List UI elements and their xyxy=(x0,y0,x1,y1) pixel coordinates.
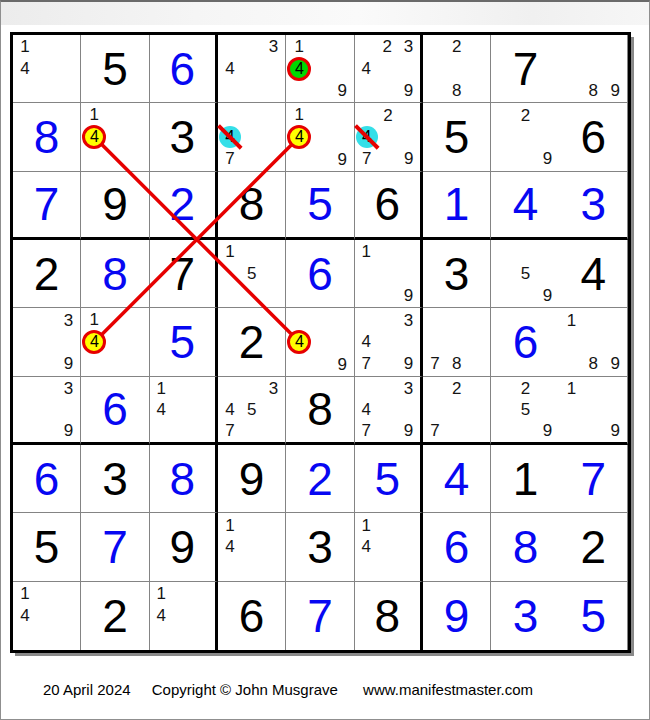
cell-r1c5[interactable]: 149 xyxy=(286,35,354,103)
pencil-marks: 34 xyxy=(219,36,284,101)
cell-r1c7[interactable]: 28 xyxy=(423,35,491,103)
sudoku-board: 1456341492349287898143471492479529679285… xyxy=(10,32,631,653)
cell-r7c4[interactable]: 9 xyxy=(218,445,286,513)
cell-value: 6 xyxy=(239,593,265,639)
empty-candidate-slot xyxy=(492,148,514,170)
empty-candidate-slot xyxy=(492,399,514,420)
cell-r8c4[interactable]: 14 xyxy=(218,513,286,581)
empty-candidate-slot xyxy=(604,331,626,353)
cell-r8c2[interactable]: 7 xyxy=(81,513,149,581)
pencil-marks: 14 xyxy=(14,583,79,649)
empty-candidate-slot xyxy=(263,399,285,420)
empty-candidate-slot xyxy=(424,309,446,331)
cell-r3c5[interactable]: 5 xyxy=(286,172,354,240)
candidate-4-yellow-circle: 4 xyxy=(82,125,106,149)
candidate-7: 7 xyxy=(356,148,378,170)
candidate-9: 9 xyxy=(332,149,353,170)
cell-r9c6[interactable]: 8 xyxy=(355,582,423,650)
pencil-marks: 14 xyxy=(14,36,79,101)
cell-r5c3[interactable]: 5 xyxy=(150,308,218,376)
cell-r1c9[interactable]: 89 xyxy=(560,35,628,103)
candidate-4-yellow-circle: 4 xyxy=(82,330,106,354)
empty-candidate-slot xyxy=(241,514,263,536)
cell-value: 5 xyxy=(34,524,60,570)
cell-r1c4[interactable]: 34 xyxy=(218,35,286,103)
cell-value: 8 xyxy=(34,114,60,160)
cell-r2c8[interactable]: 29 xyxy=(491,103,559,171)
pencil-marks: 2479 xyxy=(356,104,419,169)
cell-r1c6[interactable]: 2349 xyxy=(355,35,423,103)
empty-candidate-slot xyxy=(398,58,419,80)
empty-candidate-slot xyxy=(537,104,559,126)
cell-r7c6[interactable]: 5 xyxy=(355,445,423,513)
cell-r4c3[interactable]: 7 xyxy=(150,240,218,308)
empty-candidate-slot xyxy=(14,378,36,399)
empty-candidate-slot xyxy=(377,536,398,558)
cell-value: 8 xyxy=(307,386,333,432)
candidate-9: 9 xyxy=(332,81,353,102)
empty-candidate-slot xyxy=(311,81,332,102)
empty-candidate-slot xyxy=(582,58,604,80)
candidate-1: 1 xyxy=(356,241,377,263)
cell-value: 1 xyxy=(513,456,539,502)
cell-r2c9[interactable]: 6 xyxy=(560,103,628,171)
empty-candidate-slot xyxy=(263,126,285,148)
cell-value: 6 xyxy=(513,319,539,365)
cell-r4c5[interactable]: 6 xyxy=(286,240,354,308)
cell-value: 3 xyxy=(444,251,470,297)
cell-value: 8 xyxy=(102,251,128,297)
candidate-2: 2 xyxy=(377,36,398,58)
pencil-marks: 19 xyxy=(356,241,419,306)
candidate-9: 9 xyxy=(604,353,626,375)
empty-candidate-slot xyxy=(36,331,58,353)
candidate-1: 1 xyxy=(287,104,311,125)
cell-r7c5[interactable]: 2 xyxy=(286,445,354,513)
cell-r2c4[interactable]: 47 xyxy=(218,103,286,171)
cell-r5c5[interactable]: 49 xyxy=(286,308,354,376)
cell-value: 2 xyxy=(307,456,333,502)
cell-r1c8[interactable]: 7 xyxy=(491,35,559,103)
empty-candidate-slot xyxy=(263,263,285,285)
candidate-1: 1 xyxy=(287,36,311,57)
candidate-5: 5 xyxy=(514,399,536,420)
empty-candidate-slot xyxy=(604,58,626,80)
cell-value: 5 xyxy=(444,114,470,160)
pencil-marks: 28 xyxy=(424,36,489,101)
candidate-7: 7 xyxy=(356,353,377,375)
cell-value: 2 xyxy=(170,181,196,227)
empty-candidate-slot xyxy=(172,378,193,399)
empty-candidate-slot xyxy=(492,420,514,441)
pencil-marks: 14 xyxy=(82,104,147,169)
empty-candidate-slot xyxy=(604,309,626,331)
cell-r1c2[interactable]: 5 xyxy=(81,35,149,103)
cell-r3c7[interactable]: 1 xyxy=(423,172,491,240)
empty-candidate-slot xyxy=(193,583,214,605)
empty-candidate-slot xyxy=(219,36,241,58)
pencil-marks: 59 xyxy=(492,241,558,306)
candidate-3: 3 xyxy=(58,378,80,399)
cell-r3c1[interactable]: 7 xyxy=(13,172,81,240)
pencil-marks: 27 xyxy=(424,378,489,441)
empty-candidate-slot xyxy=(58,627,80,649)
candidate-4-yellow-circle: 4 xyxy=(287,125,311,149)
cell-r9c2[interactable]: 2 xyxy=(81,582,149,650)
cell-r4c6[interactable]: 19 xyxy=(355,240,423,308)
empty-candidate-slot xyxy=(377,309,398,331)
candidate-7: 7 xyxy=(219,148,241,170)
empty-candidate-slot xyxy=(537,126,559,148)
candidate-4: 4 xyxy=(219,399,241,420)
candidate-7: 7 xyxy=(219,420,241,441)
cell-r8c9[interactable]: 2 xyxy=(560,513,628,581)
empty-candidate-slot xyxy=(263,558,285,580)
cell-r4c9[interactable]: 4 xyxy=(560,240,628,308)
cell-r7c1[interactable]: 6 xyxy=(13,445,81,513)
empty-candidate-slot xyxy=(82,354,106,375)
empty-candidate-slot xyxy=(468,58,490,80)
cell-r6c8[interactable]: 259 xyxy=(491,377,559,445)
empty-candidate-slot xyxy=(582,331,604,353)
empty-candidate-slot xyxy=(356,309,377,331)
cell-r9c7[interactable]: 9 xyxy=(423,582,491,650)
cell-value: 9 xyxy=(444,593,470,639)
cell-r8c3[interactable]: 9 xyxy=(150,513,218,581)
cell-value: 6 xyxy=(444,524,470,570)
cell-r8c6[interactable]: 14 xyxy=(355,513,423,581)
cell-r6c3[interactable]: 14 xyxy=(150,377,218,445)
candidate-2: 2 xyxy=(446,36,468,58)
empty-candidate-slot xyxy=(14,420,36,441)
empty-candidate-slot xyxy=(378,126,399,148)
pencil-marks: 259 xyxy=(492,378,558,441)
pencil-marks: 189 xyxy=(561,309,626,374)
empty-candidate-slot xyxy=(514,285,536,307)
cell-r1c3[interactable]: 6 xyxy=(150,35,218,103)
cell-r5c2[interactable]: 14 xyxy=(81,308,149,376)
empty-candidate-slot xyxy=(492,285,514,307)
empty-candidate-slot xyxy=(36,353,58,375)
empty-candidate-slot xyxy=(514,420,536,441)
cell-value: 4 xyxy=(513,181,539,227)
empty-candidate-slot xyxy=(172,627,193,649)
cell-value: 2 xyxy=(581,524,607,570)
cell-r4c2[interactable]: 8 xyxy=(81,240,149,308)
candidate-3: 3 xyxy=(58,309,80,331)
empty-candidate-slot xyxy=(468,309,490,331)
empty-candidate-slot xyxy=(36,378,58,399)
cell-r3c6[interactable]: 6 xyxy=(355,172,423,240)
candidate-4: 4 xyxy=(356,331,377,353)
empty-candidate-slot xyxy=(36,420,58,441)
pencil-marks: 49 xyxy=(287,309,352,374)
cell-value: 6 xyxy=(581,114,607,160)
footer: 20 April 2024 Copyright © John Musgrave … xyxy=(43,681,533,698)
candidate-7: 7 xyxy=(424,353,446,375)
cell-r3c8[interactable]: 4 xyxy=(491,172,559,240)
empty-candidate-slot xyxy=(58,36,80,58)
cell-r3c2[interactable]: 9 xyxy=(81,172,149,240)
cell-r3c9[interactable]: 3 xyxy=(560,172,628,240)
cell-value: 9 xyxy=(170,524,196,570)
pencil-marks: 39 xyxy=(14,378,79,441)
cell-r4c4[interactable]: 15 xyxy=(218,240,286,308)
empty-candidate-slot xyxy=(604,36,626,58)
empty-candidate-slot xyxy=(424,378,446,399)
candidate-4: 4 xyxy=(356,58,377,80)
candidate-1: 1 xyxy=(219,514,241,536)
cell-r7c2[interactable]: 3 xyxy=(81,445,149,513)
empty-candidate-slot xyxy=(172,420,193,441)
candidate-4: 4 xyxy=(14,605,36,627)
cell-r5c7[interactable]: 78 xyxy=(423,308,491,376)
empty-candidate-slot xyxy=(377,241,398,263)
empty-candidate-slot xyxy=(193,399,214,420)
cell-value: 6 xyxy=(307,251,333,297)
cell-r8c5[interactable]: 3 xyxy=(286,513,354,581)
cell-r9c4[interactable]: 6 xyxy=(218,582,286,650)
pencil-marks: 3479 xyxy=(356,309,419,374)
cell-value: 5 xyxy=(170,319,196,365)
empty-candidate-slot xyxy=(332,104,353,125)
empty-candidate-slot xyxy=(14,399,36,420)
empty-candidate-slot xyxy=(219,378,241,399)
empty-candidate-slot xyxy=(82,149,106,170)
cell-r5c8[interactable]: 6 xyxy=(491,308,559,376)
cell-r3c4[interactable]: 8 xyxy=(218,172,286,240)
empty-candidate-slot xyxy=(377,399,398,420)
empty-candidate-slot xyxy=(106,354,127,375)
pencil-marks: 29 xyxy=(492,104,558,169)
empty-candidate-slot xyxy=(377,58,398,80)
empty-candidate-slot xyxy=(398,536,419,558)
cell-r5c6[interactable]: 3479 xyxy=(355,308,423,376)
empty-candidate-slot xyxy=(356,80,377,102)
cell-r4c7[interactable]: 3 xyxy=(423,240,491,308)
empty-candidate-slot xyxy=(377,80,398,102)
cell-r3c3[interactable]: 2 xyxy=(150,172,218,240)
empty-candidate-slot xyxy=(311,104,332,125)
candidate-1: 1 xyxy=(151,583,172,605)
empty-candidate-slot xyxy=(377,378,398,399)
cell-r5c4[interactable]: 2 xyxy=(218,308,286,376)
candidate-9: 9 xyxy=(398,285,419,307)
empty-candidate-slot xyxy=(193,605,214,627)
empty-candidate-slot xyxy=(356,378,377,399)
candidate-9: 9 xyxy=(604,80,626,102)
empty-candidate-slot xyxy=(241,58,263,80)
cell-r9c9[interactable]: 5 xyxy=(560,582,628,650)
empty-candidate-slot xyxy=(446,58,468,80)
empty-candidate-slot xyxy=(468,378,490,399)
empty-candidate-slot xyxy=(172,583,193,605)
empty-candidate-slot xyxy=(106,149,127,170)
cell-value: 3 xyxy=(170,114,196,160)
empty-candidate-slot xyxy=(356,285,377,307)
empty-candidate-slot xyxy=(241,148,263,170)
empty-candidate-slot xyxy=(287,309,311,330)
empty-candidate-slot xyxy=(424,331,446,353)
empty-candidate-slot xyxy=(263,58,285,80)
cell-value: 8 xyxy=(239,181,265,227)
cell-r6c7[interactable]: 27 xyxy=(423,377,491,445)
empty-candidate-slot xyxy=(241,241,263,263)
candidate-5: 5 xyxy=(241,399,263,420)
empty-candidate-slot xyxy=(332,57,353,81)
cell-r6c2[interactable]: 6 xyxy=(81,377,149,445)
cell-r6c6[interactable]: 3479 xyxy=(355,377,423,445)
candidate-4: 4 xyxy=(14,58,36,80)
cell-r9c1[interactable]: 14 xyxy=(13,582,81,650)
empty-candidate-slot xyxy=(36,80,58,102)
cell-value: 3 xyxy=(581,181,607,227)
empty-candidate-slot xyxy=(263,536,285,558)
cell-r4c1[interactable]: 2 xyxy=(13,240,81,308)
cell-r1c1[interactable]: 14 xyxy=(13,35,81,103)
pencil-marks: 14 xyxy=(219,514,284,579)
empty-candidate-slot xyxy=(193,627,214,649)
empty-candidate-slot xyxy=(468,331,490,353)
cell-r9c8[interactable]: 3 xyxy=(491,582,559,650)
cell-r6c9[interactable]: 19 xyxy=(560,377,628,445)
cell-r8c8[interactable]: 8 xyxy=(491,513,559,581)
empty-candidate-slot xyxy=(36,58,58,80)
empty-candidate-slot xyxy=(537,378,559,399)
cell-value: 8 xyxy=(170,456,196,502)
cell-r2c7[interactable]: 5 xyxy=(423,103,491,171)
cell-r8c7[interactable]: 6 xyxy=(423,513,491,581)
cell-r2c6[interactable]: 2479 xyxy=(355,103,423,171)
empty-candidate-slot xyxy=(58,58,80,80)
empty-candidate-slot xyxy=(492,378,514,399)
pencil-marks: 39 xyxy=(14,309,79,374)
cell-value: 1 xyxy=(444,181,470,227)
footer-website: www.manifestmaster.com xyxy=(363,681,533,698)
empty-candidate-slot xyxy=(36,309,58,331)
candidate-5: 5 xyxy=(514,263,536,285)
candidate-2: 2 xyxy=(378,104,399,126)
empty-candidate-slot xyxy=(193,378,214,399)
empty-candidate-slot xyxy=(241,536,263,558)
cell-value: 7 xyxy=(34,181,60,227)
candidate-8: 8 xyxy=(446,353,468,375)
candidate-9: 9 xyxy=(537,148,559,170)
candidate-4: 4 xyxy=(356,399,377,420)
cell-r4c8[interactable]: 59 xyxy=(491,240,559,308)
cell-r9c5[interactable]: 7 xyxy=(286,582,354,650)
pencil-marks: 47 xyxy=(219,104,284,169)
cell-r7c3[interactable]: 8 xyxy=(150,445,218,513)
candidate-4: 4 xyxy=(219,536,241,558)
empty-candidate-slot xyxy=(287,81,311,102)
empty-candidate-slot xyxy=(127,309,148,330)
cell-value: 4 xyxy=(444,456,470,502)
empty-candidate-slot xyxy=(332,330,353,354)
empty-candidate-slot xyxy=(14,80,36,102)
candidate-9: 9 xyxy=(398,80,419,102)
empty-candidate-slot xyxy=(424,80,446,102)
candidate-9: 9 xyxy=(332,354,353,375)
cell-r2c1[interactable]: 8 xyxy=(13,103,81,171)
title-bar xyxy=(1,2,649,25)
empty-candidate-slot xyxy=(241,558,263,580)
empty-candidate-slot xyxy=(377,263,398,285)
empty-candidate-slot xyxy=(377,331,398,353)
cell-r2c2[interactable]: 14 xyxy=(81,103,149,171)
pencil-marks: 19 xyxy=(561,378,626,441)
empty-candidate-slot xyxy=(332,36,353,57)
empty-candidate-slot xyxy=(127,330,148,354)
empty-candidate-slot xyxy=(398,331,419,353)
cell-r7c9[interactable]: 7 xyxy=(560,445,628,513)
empty-candidate-slot xyxy=(332,125,353,149)
candidate-8: 8 xyxy=(446,80,468,102)
empty-candidate-slot xyxy=(263,80,285,102)
candidate-9: 9 xyxy=(58,420,80,441)
candidate-9: 9 xyxy=(58,353,80,375)
empty-candidate-slot xyxy=(424,36,446,58)
candidate-7: 7 xyxy=(424,420,446,441)
empty-candidate-slot xyxy=(398,514,419,536)
empty-candidate-slot xyxy=(219,263,241,285)
cell-r5c9[interactable]: 189 xyxy=(560,308,628,376)
cell-r6c4[interactable]: 3457 xyxy=(218,377,286,445)
cell-r7c7[interactable]: 4 xyxy=(423,445,491,513)
empty-candidate-slot xyxy=(398,263,419,285)
empty-candidate-slot xyxy=(127,125,148,149)
empty-candidate-slot xyxy=(263,148,285,170)
candidate-4: 4 xyxy=(356,536,377,558)
empty-candidate-slot xyxy=(377,285,398,307)
cell-r9c3[interactable]: 14 xyxy=(150,582,218,650)
cell-r7c8[interactable]: 1 xyxy=(491,445,559,513)
empty-candidate-slot xyxy=(356,36,377,58)
cell-r5c1[interactable]: 39 xyxy=(13,308,81,376)
empty-candidate-slot xyxy=(398,558,419,580)
cell-r6c5[interactable]: 8 xyxy=(286,377,354,445)
cell-r6c1[interactable]: 39 xyxy=(13,377,81,445)
pencil-marks: 14 xyxy=(356,514,419,579)
empty-candidate-slot xyxy=(219,558,241,580)
candidate-9: 9 xyxy=(398,148,419,170)
empty-candidate-slot xyxy=(311,125,332,149)
empty-candidate-slot xyxy=(14,309,36,331)
candidate-9: 9 xyxy=(398,420,419,441)
empty-candidate-slot xyxy=(151,420,172,441)
empty-candidate-slot xyxy=(58,583,80,605)
cell-r2c5[interactable]: 149 xyxy=(286,103,354,171)
empty-candidate-slot xyxy=(127,149,148,170)
empty-candidate-slot xyxy=(468,80,490,102)
empty-candidate-slot xyxy=(106,309,127,330)
cell-r8c1[interactable]: 5 xyxy=(13,513,81,581)
empty-candidate-slot xyxy=(219,104,241,126)
empty-candidate-slot xyxy=(311,330,332,354)
cell-value: 2 xyxy=(239,319,265,365)
cell-r2c3[interactable]: 3 xyxy=(150,103,218,171)
pencil-marks: 14 xyxy=(82,309,147,374)
empty-candidate-slot xyxy=(446,420,468,441)
empty-candidate-slot xyxy=(36,36,58,58)
candidate-1: 1 xyxy=(151,378,172,399)
cell-value: 3 xyxy=(513,593,539,639)
candidate-1: 1 xyxy=(82,104,106,125)
empty-candidate-slot xyxy=(58,80,80,102)
empty-candidate-slot xyxy=(398,126,419,148)
empty-candidate-slot xyxy=(377,514,398,536)
empty-candidate-slot xyxy=(127,104,148,125)
